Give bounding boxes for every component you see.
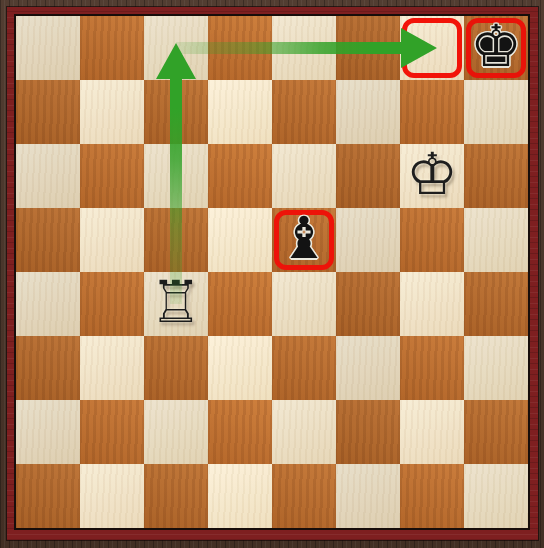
black-king[interactable]: ♚ [464,14,528,78]
chess-board-diagram: ♚♔♝♖ [0,0,544,548]
square-f6[interactable] [336,144,400,208]
square-d3[interactable] [208,336,272,400]
square-f7[interactable] [336,80,400,144]
highlight-g8 [402,18,462,78]
square-g2[interactable] [400,400,464,464]
square-h4[interactable] [464,272,528,336]
square-h1[interactable] [464,464,528,528]
square-c3[interactable] [144,336,208,400]
square-e1[interactable] [272,464,336,528]
square-b2[interactable] [80,400,144,464]
square-h2[interactable] [464,400,528,464]
square-b6[interactable] [80,144,144,208]
white-king[interactable]: ♔ [400,142,464,206]
square-c8[interactable] [144,16,208,80]
square-b3[interactable] [80,336,144,400]
square-c2[interactable] [144,400,208,464]
square-b8[interactable] [80,16,144,80]
white-rook[interactable]: ♖ [144,270,208,334]
square-c1[interactable] [144,464,208,528]
square-b7[interactable] [80,80,144,144]
square-c5[interactable] [144,208,208,272]
square-h3[interactable] [464,336,528,400]
square-b4[interactable] [80,272,144,336]
square-h6[interactable] [464,144,528,208]
square-f5[interactable] [336,208,400,272]
square-d7[interactable] [208,80,272,144]
square-c4[interactable]: ♖ [144,272,208,336]
square-f8[interactable] [336,16,400,80]
square-f1[interactable] [336,464,400,528]
square-f3[interactable] [336,336,400,400]
square-e6[interactable] [272,144,336,208]
square-g4[interactable] [400,272,464,336]
square-g5[interactable] [400,208,464,272]
square-b1[interactable] [80,464,144,528]
square-e2[interactable] [272,400,336,464]
chess-board: ♚♔♝♖ [14,14,530,530]
square-a7[interactable] [16,80,80,144]
square-e3[interactable] [272,336,336,400]
square-g1[interactable] [400,464,464,528]
black-bishop[interactable]: ♝ [272,206,336,270]
square-d6[interactable] [208,144,272,208]
square-g7[interactable] [400,80,464,144]
square-a8[interactable] [16,16,80,80]
square-a4[interactable] [16,272,80,336]
square-d4[interactable] [208,272,272,336]
square-a6[interactable] [16,144,80,208]
square-a3[interactable] [16,336,80,400]
square-a5[interactable] [16,208,80,272]
square-d8[interactable] [208,16,272,80]
square-e8[interactable] [272,16,336,80]
square-g8[interactable] [400,16,464,80]
square-c6[interactable] [144,144,208,208]
square-g3[interactable] [400,336,464,400]
square-c7[interactable] [144,80,208,144]
square-h8[interactable]: ♚ [464,16,528,80]
square-e4[interactable] [272,272,336,336]
square-f4[interactable] [336,272,400,336]
square-f2[interactable] [336,400,400,464]
square-g6[interactable]: ♔ [400,144,464,208]
square-d5[interactable] [208,208,272,272]
square-e5[interactable]: ♝ [272,208,336,272]
square-a2[interactable] [16,400,80,464]
square-a1[interactable] [16,464,80,528]
square-e7[interactable] [272,80,336,144]
square-d1[interactable] [208,464,272,528]
square-b5[interactable] [80,208,144,272]
square-d2[interactable] [208,400,272,464]
square-h7[interactable] [464,80,528,144]
square-h5[interactable] [464,208,528,272]
